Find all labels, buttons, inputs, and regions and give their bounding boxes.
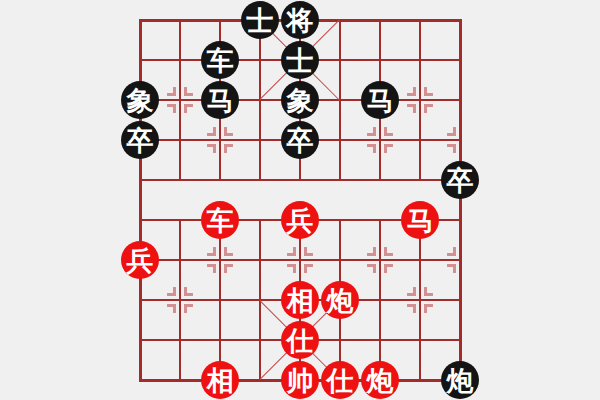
- piece-black-elephant[interactable]: 象: [281, 81, 319, 119]
- piece-red-cannon[interactable]: 炮: [321, 281, 359, 319]
- piece-red-general[interactable]: 帅: [281, 361, 319, 399]
- piece-red-advisor[interactable]: 仕: [281, 321, 319, 359]
- piece-black-chariot[interactable]: 车: [201, 41, 239, 79]
- piece-red-soldier[interactable]: 兵: [281, 201, 319, 239]
- piece-red-soldier[interactable]: 兵: [121, 241, 159, 279]
- piece-black-horse[interactable]: 马: [201, 81, 239, 119]
- piece-red-advisor[interactable]: 仕: [321, 361, 359, 399]
- piece-black-advisor[interactable]: 士: [241, 1, 279, 39]
- piece-red-cannon[interactable]: 炮: [361, 361, 399, 399]
- piece-red-elephant[interactable]: 相: [201, 361, 239, 399]
- piece-black-soldier[interactable]: 卒: [281, 121, 319, 159]
- piece-black-advisor[interactable]: 士: [281, 41, 319, 79]
- xiangqi-app-window: 士将车士象马象马卒卒卒车兵马兵相炮仕相帅仕炮炮: [0, 0, 600, 400]
- piece-black-horse[interactable]: 马: [361, 81, 399, 119]
- piece-black-soldier[interactable]: 卒: [121, 121, 159, 159]
- piece-black-soldier[interactable]: 卒: [441, 161, 479, 199]
- piece-red-chariot[interactable]: 车: [201, 201, 239, 239]
- piece-black-elephant[interactable]: 象: [121, 81, 159, 119]
- piece-red-elephant[interactable]: 相: [281, 281, 319, 319]
- piece-black-cannon[interactable]: 炮: [441, 361, 479, 399]
- piece-red-horse[interactable]: 马: [401, 201, 439, 239]
- piece-layer: 士将车士象马象马卒卒卒车兵马兵相炮仕相帅仕炮炮: [120, 0, 480, 400]
- piece-black-general[interactable]: 将: [281, 1, 319, 39]
